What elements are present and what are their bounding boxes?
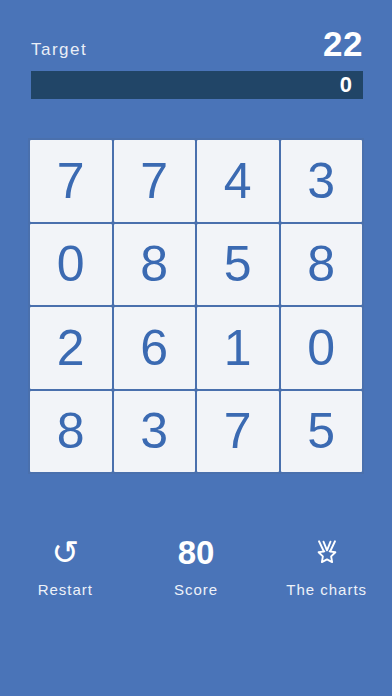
grid-cell-r3c1[interactable]: 3 [114, 391, 196, 473]
target-value: 22 [323, 24, 363, 64]
target-label: Target [31, 40, 87, 60]
score-display: 80 Score [131, 534, 262, 598]
grid-cell-r1c0[interactable]: 0 [30, 224, 112, 306]
grid-cell-r3c0[interactable]: 8 [30, 391, 112, 473]
grid-cell-r0c3[interactable]: 3 [281, 140, 363, 222]
charts-button[interactable]: The charts [261, 534, 392, 598]
grid-cell-r0c1[interactable]: 7 [114, 140, 196, 222]
grid-cell-r1c2[interactable]: 5 [197, 224, 279, 306]
grid-cell-r2c1[interactable]: 6 [114, 307, 196, 389]
score-label: Score [174, 581, 218, 598]
restart-button[interactable]: ↺ Restart [0, 534, 131, 598]
grid-cell-r2c2[interactable]: 1 [197, 307, 279, 389]
grid-cell-r1c1[interactable]: 8 [114, 224, 196, 306]
grid-cell-r3c2[interactable]: 7 [197, 391, 279, 473]
progress-bar: 0 [31, 71, 363, 99]
game-screen: Target 22 0 7 7 4 3 0 8 5 8 2 6 1 0 8 3 … [0, 0, 392, 696]
grid-cell-r3c3[interactable]: 5 [281, 391, 363, 473]
score-value: 80 [178, 534, 215, 572]
grid-cell-r2c3[interactable]: 0 [281, 307, 363, 389]
crown-star-icon [312, 534, 342, 572]
grid-cell-r0c2[interactable]: 4 [197, 140, 279, 222]
restart-icon-glyph: ↺ [52, 534, 80, 572]
grid-cell-r1c3[interactable]: 8 [281, 224, 363, 306]
progress-value: 0 [340, 71, 352, 99]
score-value-box: 80 [178, 534, 215, 572]
restart-icon: ↺ [52, 534, 80, 572]
number-grid: 7 7 4 3 0 8 5 8 2 6 1 0 8 3 7 5 [28, 138, 364, 474]
grid-cell-r2c0[interactable]: 2 [30, 307, 112, 389]
grid-cell-r0c0[interactable]: 7 [30, 140, 112, 222]
restart-label: Restart [38, 581, 93, 598]
charts-label: The charts [286, 581, 367, 598]
footer-bar: ↺ Restart 80 Score The charts [0, 534, 392, 598]
